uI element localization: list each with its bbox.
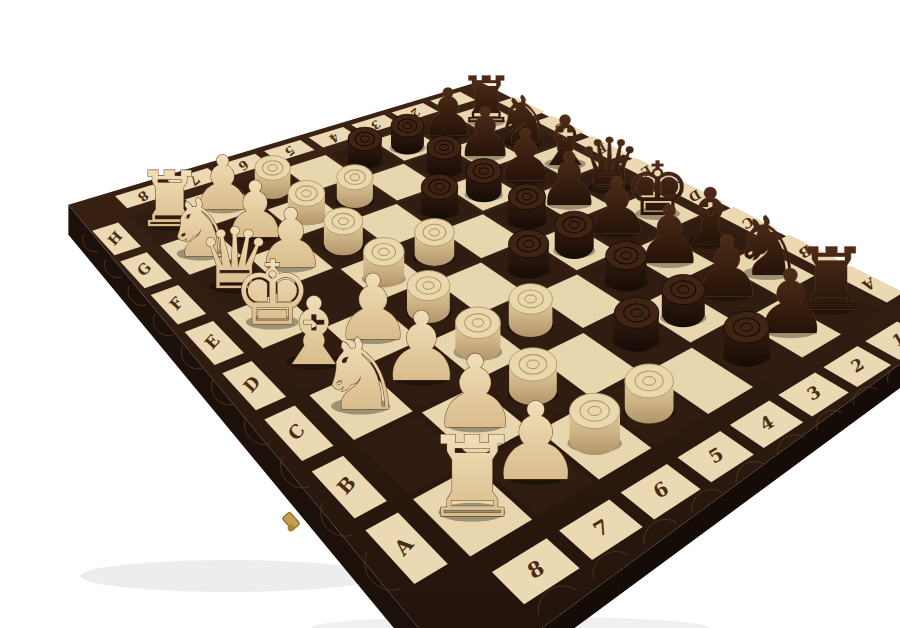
- checker-dark-c3: [604, 241, 648, 291]
- checker-dark-g3: [426, 135, 463, 177]
- checker-dark-d4: [507, 230, 550, 279]
- light-rook-glyph: ♜: [422, 412, 522, 542]
- checker-dark-b3: [660, 275, 706, 328]
- ground-shadow: [80, 560, 380, 592]
- checker-dark-f4: [420, 174, 460, 219]
- product-photo: AA88BB77CC66DD55EE44FF33GG22HH11♜♟♞♟♝♟♛♟…: [40, 16, 900, 628]
- checker-light-c5: [507, 284, 554, 337]
- checker-light-f6: [322, 208, 364, 256]
- checker-dark-e3: [507, 184, 547, 230]
- brass-clasp: [282, 512, 300, 532]
- checker-dark-h4: [347, 127, 383, 168]
- piece-light-rook-a8: ♜: [422, 412, 522, 542]
- light-knight-glyph: ♞: [316, 317, 404, 432]
- chess-board: AA88BB77CC66DD55EE44FF33GG22HH11♜♟♞♟♝♟♛♟…: [40, 16, 900, 628]
- piece-light-knight-c8: ♞: [316, 317, 404, 432]
- checker-dark-d3: [553, 211, 595, 259]
- checker-dark-a3: [722, 311, 771, 367]
- checker-dark-h3: [390, 114, 425, 154]
- checker-dark-b4: [613, 297, 661, 351]
- checker-light-a5: [623, 364, 676, 424]
- checker-light-e5: [413, 218, 456, 266]
- checker-light-g5: [335, 165, 374, 209]
- checker-dark-f3: [464, 159, 503, 203]
